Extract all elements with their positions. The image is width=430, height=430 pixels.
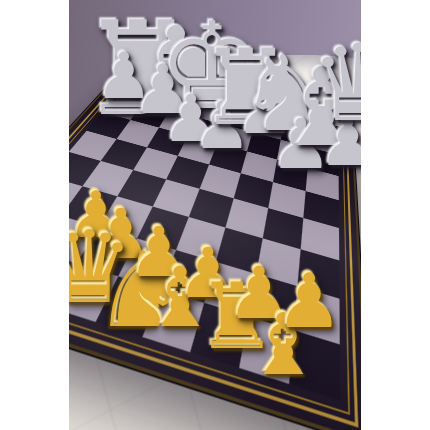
image-canvas: { "game": "chess", "scene": { "descripti…	[0, 0, 430, 430]
product-photo: ♜♟♝♟♚♟♟♜♟♞♟♝♟♛♟♟♛♞♟♝♟♜♟♝♟	[69, 0, 361, 430]
board-grid	[69, 81, 340, 400]
